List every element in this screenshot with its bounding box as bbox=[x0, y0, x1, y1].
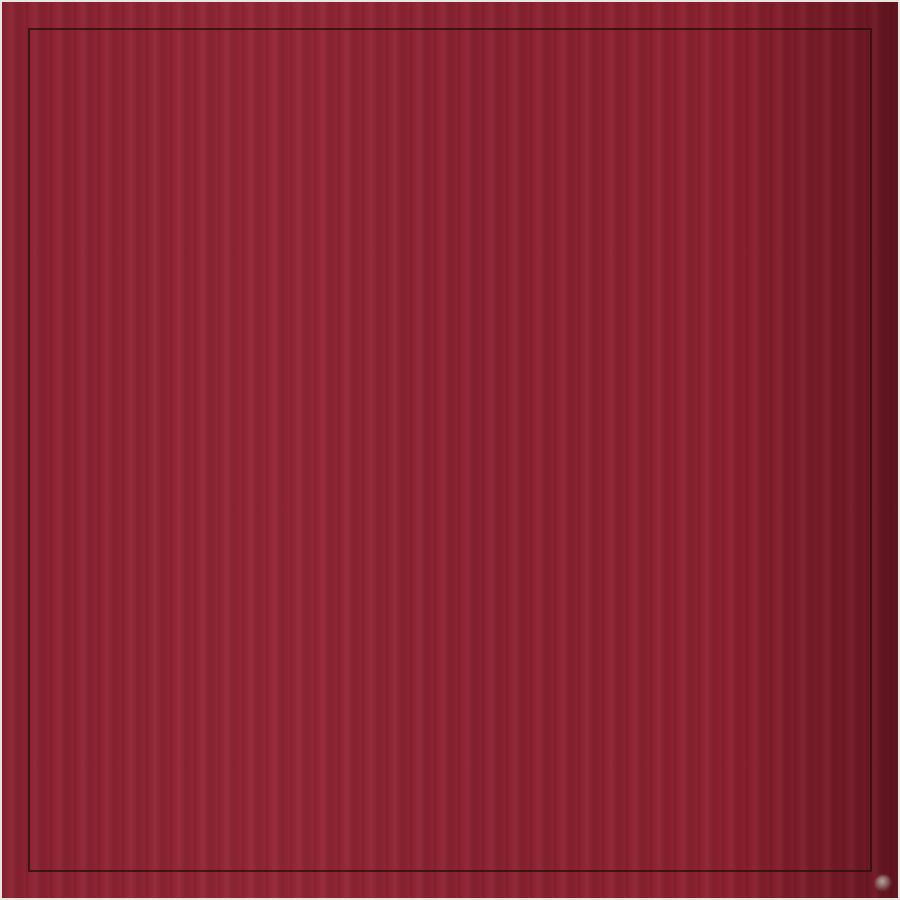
board bbox=[30, 30, 870, 870]
chess-board-frame bbox=[0, 0, 900, 900]
rank-labels bbox=[2, 30, 30, 870]
file-labels bbox=[30, 870, 870, 898]
corner-dot bbox=[875, 875, 892, 892]
